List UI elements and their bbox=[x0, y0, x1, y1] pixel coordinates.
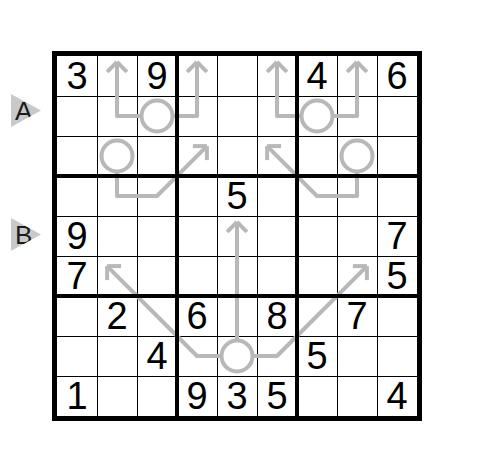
cell-r7c7[interactable] bbox=[297, 296, 337, 336]
cell-r9c3[interactable] bbox=[137, 376, 177, 416]
row-marker-b: B bbox=[11, 218, 41, 251]
cell-r5c1: 9 bbox=[57, 216, 97, 256]
cell-r8c1[interactable] bbox=[57, 336, 97, 376]
cell-r2c6[interactable] bbox=[257, 96, 297, 136]
board-cells: 39465977526874519354 bbox=[57, 56, 417, 416]
row-marker-b-label: B bbox=[11, 222, 32, 248]
cell-r1c4[interactable] bbox=[177, 56, 217, 96]
cell-r4c4[interactable] bbox=[177, 176, 217, 216]
cell-r4c2[interactable] bbox=[97, 176, 137, 216]
cell-r8c6[interactable] bbox=[257, 336, 297, 376]
cell-r7c2: 2 bbox=[97, 296, 137, 336]
cell-r6c6[interactable] bbox=[257, 256, 297, 296]
cell-r1c1: 3 bbox=[57, 56, 97, 96]
cell-r3c2[interactable] bbox=[97, 136, 137, 176]
cell-r7c5[interactable] bbox=[217, 296, 257, 336]
cell-r6c5[interactable] bbox=[217, 256, 257, 296]
cell-r9c1: 1 bbox=[57, 376, 97, 416]
cell-r9c8[interactable] bbox=[337, 376, 377, 416]
cell-r8c5[interactable] bbox=[217, 336, 257, 376]
cell-r6c1: 7 bbox=[57, 256, 97, 296]
cell-r4c6[interactable] bbox=[257, 176, 297, 216]
cell-r5c4[interactable] bbox=[177, 216, 217, 256]
cell-r7c3[interactable] bbox=[137, 296, 177, 336]
cell-r1c9: 6 bbox=[377, 56, 417, 96]
cell-r9c7[interactable] bbox=[297, 376, 337, 416]
cell-r2c4[interactable] bbox=[177, 96, 217, 136]
cell-r2c7[interactable] bbox=[297, 96, 337, 136]
cell-r6c4[interactable] bbox=[177, 256, 217, 296]
cell-r6c8[interactable] bbox=[337, 256, 377, 296]
cell-r3c1[interactable] bbox=[57, 136, 97, 176]
cell-r5c9: 7 bbox=[377, 216, 417, 256]
cell-r6c3[interactable] bbox=[137, 256, 177, 296]
cell-r3c6[interactable] bbox=[257, 136, 297, 176]
cell-r1c6[interactable] bbox=[257, 56, 297, 96]
cell-r5c5[interactable] bbox=[217, 216, 257, 256]
cell-r4c9[interactable] bbox=[377, 176, 417, 216]
cell-r8c9[interactable] bbox=[377, 336, 417, 376]
cell-r9c9: 4 bbox=[377, 376, 417, 416]
cell-r5c8[interactable] bbox=[337, 216, 377, 256]
cell-r2c1[interactable] bbox=[57, 96, 97, 136]
row-marker-a-label: A bbox=[11, 98, 32, 124]
cell-r3c9[interactable] bbox=[377, 136, 417, 176]
cell-r4c7[interactable] bbox=[297, 176, 337, 216]
row-marker-a: A bbox=[11, 94, 41, 127]
cell-r5c7[interactable] bbox=[297, 216, 337, 256]
cell-r4c1[interactable] bbox=[57, 176, 97, 216]
cell-r2c2[interactable] bbox=[97, 96, 137, 136]
cell-r8c4[interactable] bbox=[177, 336, 217, 376]
cell-r6c7[interactable] bbox=[297, 256, 337, 296]
cell-r3c5[interactable] bbox=[217, 136, 257, 176]
cell-r2c8[interactable] bbox=[337, 96, 377, 136]
cell-r4c8[interactable] bbox=[337, 176, 377, 216]
cell-r5c3[interactable] bbox=[137, 216, 177, 256]
cell-r9c4: 9 bbox=[177, 376, 217, 416]
cell-r1c7: 4 bbox=[297, 56, 337, 96]
cell-r2c3[interactable] bbox=[137, 96, 177, 136]
cell-r2c9[interactable] bbox=[377, 96, 417, 136]
cell-r8c3: 4 bbox=[137, 336, 177, 376]
cell-r3c8[interactable] bbox=[337, 136, 377, 176]
cell-r8c7: 5 bbox=[297, 336, 337, 376]
cell-r7c1[interactable] bbox=[57, 296, 97, 336]
cell-r2c5[interactable] bbox=[217, 96, 257, 136]
puzzle-canvas: A B 39465977526874519354 bbox=[0, 0, 477, 473]
cell-r4c3[interactable] bbox=[137, 176, 177, 216]
cell-r7c4: 6 bbox=[177, 296, 217, 336]
cell-r6c2[interactable] bbox=[97, 256, 137, 296]
cell-r8c2[interactable] bbox=[97, 336, 137, 376]
cell-r7c8: 7 bbox=[337, 296, 377, 336]
cell-r3c7[interactable] bbox=[297, 136, 337, 176]
cell-r6c9: 5 bbox=[377, 256, 417, 296]
cell-r9c2[interactable] bbox=[97, 376, 137, 416]
cell-r1c3: 9 bbox=[137, 56, 177, 96]
cell-r4c5: 5 bbox=[217, 176, 257, 216]
cell-r3c3[interactable] bbox=[137, 136, 177, 176]
cell-r8c8[interactable] bbox=[337, 336, 377, 376]
cell-r3c4[interactable] bbox=[177, 136, 217, 176]
sudoku-board: 39465977526874519354 bbox=[52, 51, 422, 421]
cell-r1c2[interactable] bbox=[97, 56, 137, 96]
cell-r5c2[interactable] bbox=[97, 216, 137, 256]
cell-r9c6: 5 bbox=[257, 376, 297, 416]
cell-r9c5: 3 bbox=[217, 376, 257, 416]
cell-r7c6: 8 bbox=[257, 296, 297, 336]
cell-r5c6[interactable] bbox=[257, 216, 297, 256]
cell-r1c8[interactable] bbox=[337, 56, 377, 96]
cell-r1c5[interactable] bbox=[217, 56, 257, 96]
cell-r7c9[interactable] bbox=[377, 296, 417, 336]
